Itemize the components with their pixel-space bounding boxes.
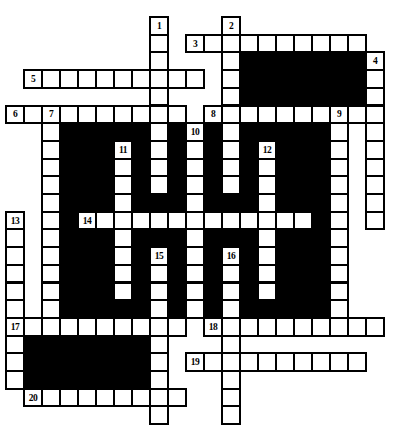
letter-cell[interactable] bbox=[311, 34, 331, 54]
numbered-cell-15[interactable]: 15 bbox=[149, 246, 169, 266]
letter-cell[interactable] bbox=[95, 317, 115, 337]
letter-cell[interactable] bbox=[257, 317, 277, 337]
letter-cell[interactable] bbox=[257, 34, 277, 54]
numbered-cell-16[interactable]: 16 bbox=[221, 246, 241, 266]
numbered-cell-12[interactable]: 12 bbox=[257, 140, 277, 160]
clue-number: 11 bbox=[119, 145, 127, 155]
numbered-cell-9[interactable]: 9 bbox=[329, 105, 349, 125]
numbered-cell-13[interactable]: 13 bbox=[5, 211, 25, 231]
letter-cell[interactable] bbox=[113, 388, 133, 408]
letter-cell[interactable] bbox=[185, 69, 205, 89]
numbered-cell-18[interactable]: 18 bbox=[203, 317, 223, 337]
letter-cell[interactable] bbox=[221, 175, 241, 195]
numbered-cell-2[interactable]: 2 bbox=[221, 16, 241, 36]
numbered-cell-7[interactable]: 7 bbox=[41, 105, 61, 125]
letter-cell[interactable] bbox=[257, 282, 277, 302]
letter-cell[interactable] bbox=[59, 388, 79, 408]
letter-cell[interactable] bbox=[23, 317, 43, 337]
letter-cell[interactable] bbox=[113, 105, 133, 125]
clue-number: 9 bbox=[337, 109, 341, 119]
letter-cell[interactable] bbox=[347, 34, 367, 54]
letter-cell[interactable] bbox=[185, 299, 205, 319]
clue-number: 4 bbox=[373, 56, 377, 66]
letter-cell[interactable] bbox=[329, 34, 349, 54]
letter-cell[interactable] bbox=[167, 317, 187, 337]
letter-cell[interactable] bbox=[311, 317, 331, 337]
letter-cell[interactable] bbox=[77, 388, 97, 408]
clue-number: 1 bbox=[157, 21, 161, 31]
letter-cell[interactable] bbox=[293, 211, 313, 231]
letter-cell[interactable] bbox=[239, 105, 259, 125]
crossword-puzzle: 1234567891011121314151617181920 bbox=[0, 0, 400, 439]
letter-cell[interactable] bbox=[95, 69, 115, 89]
letter-cell[interactable] bbox=[293, 317, 313, 337]
letter-cell[interactable] bbox=[329, 352, 349, 372]
letter-cell[interactable] bbox=[95, 105, 115, 125]
letter-cell[interactable] bbox=[95, 388, 115, 408]
numbered-cell-4[interactable]: 4 bbox=[365, 51, 385, 71]
numbered-cell-14[interactable]: 14 bbox=[77, 211, 97, 231]
letter-cell[interactable] bbox=[167, 105, 187, 125]
numbered-cell-5[interactable]: 5 bbox=[23, 69, 43, 89]
numbered-cell-19[interactable]: 19 bbox=[185, 352, 205, 372]
letter-cell[interactable] bbox=[41, 388, 61, 408]
letter-cell[interactable] bbox=[275, 105, 295, 125]
clue-number: 2 bbox=[229, 21, 233, 31]
letter-cell[interactable] bbox=[77, 105, 97, 125]
letter-cell[interactable] bbox=[59, 69, 79, 89]
letter-cell[interactable] bbox=[149, 211, 169, 231]
clue-number: 8 bbox=[211, 109, 215, 119]
letter-cell[interactable] bbox=[203, 34, 223, 54]
letter-cell[interactable] bbox=[131, 388, 151, 408]
letter-cell[interactable] bbox=[113, 69, 133, 89]
numbered-cell-11[interactable]: 11 bbox=[113, 140, 133, 160]
letter-cell[interactable] bbox=[275, 211, 295, 231]
letter-cell[interactable] bbox=[77, 317, 97, 337]
letter-cell[interactable] bbox=[59, 317, 79, 337]
letter-cell[interactable] bbox=[41, 317, 61, 337]
letter-cell[interactable] bbox=[23, 105, 43, 125]
letter-cell[interactable] bbox=[257, 105, 277, 125]
clue-number: 16 bbox=[227, 251, 236, 261]
numbered-cell-1[interactable]: 1 bbox=[149, 16, 169, 36]
numbered-cell-17[interactable]: 17 bbox=[5, 317, 25, 337]
letter-cell[interactable] bbox=[239, 34, 259, 54]
letter-cell[interactable] bbox=[293, 352, 313, 372]
clue-number: 12 bbox=[263, 145, 272, 155]
clue-number: 3 bbox=[193, 39, 197, 49]
letter-cell[interactable] bbox=[347, 105, 367, 125]
numbered-cell-8[interactable]: 8 bbox=[203, 105, 223, 125]
clue-number: 13 bbox=[11, 216, 20, 226]
clue-number: 18 bbox=[209, 322, 218, 332]
letter-cell[interactable] bbox=[257, 352, 277, 372]
letter-cell[interactable] bbox=[311, 105, 331, 125]
letter-cell[interactable] bbox=[239, 352, 259, 372]
letter-cell[interactable] bbox=[365, 317, 385, 337]
clue-number: 10 bbox=[191, 127, 200, 137]
letter-cell[interactable] bbox=[347, 352, 367, 372]
letter-cell[interactable] bbox=[347, 317, 367, 337]
letter-cell[interactable] bbox=[95, 211, 115, 231]
letter-cell[interactable] bbox=[113, 317, 133, 337]
letter-cell[interactable] bbox=[293, 34, 313, 54]
letter-cell[interactable] bbox=[239, 317, 259, 337]
crossword-board: 1234567891011121314151617181920 bbox=[0, 0, 400, 439]
letter-cell[interactable] bbox=[239, 211, 259, 231]
letter-cell[interactable] bbox=[131, 211, 151, 231]
letter-cell[interactable] bbox=[167, 69, 187, 89]
letter-cell[interactable] bbox=[131, 69, 151, 89]
letter-cell[interactable] bbox=[5, 370, 25, 390]
letter-cell[interactable] bbox=[113, 282, 133, 302]
letter-cell[interactable] bbox=[131, 105, 151, 125]
letter-cell[interactable] bbox=[275, 34, 295, 54]
letter-cell[interactable] bbox=[203, 352, 223, 372]
clue-number: 14 bbox=[83, 216, 92, 226]
numbered-cell-6[interactable]: 6 bbox=[5, 105, 25, 125]
letter-cell[interactable] bbox=[203, 211, 223, 231]
letter-cell[interactable] bbox=[365, 211, 385, 231]
numbered-cell-20[interactable]: 20 bbox=[23, 388, 43, 408]
clue-number: 15 bbox=[155, 251, 164, 261]
letter-cell[interactable] bbox=[167, 388, 187, 408]
letter-cell[interactable] bbox=[149, 405, 169, 425]
letter-cell[interactable] bbox=[293, 105, 313, 125]
letter-cell[interactable] bbox=[275, 317, 295, 337]
letter-cell[interactable] bbox=[221, 211, 241, 231]
clue-number: 6 bbox=[13, 109, 17, 119]
clue-number: 7 bbox=[49, 109, 53, 119]
letter-cell[interactable] bbox=[275, 352, 295, 372]
clue-number: 17 bbox=[11, 322, 20, 332]
letter-cell[interactable] bbox=[59, 105, 79, 125]
letter-cell[interactable] bbox=[329, 317, 349, 337]
clue-number: 20 bbox=[29, 393, 38, 403]
letter-cell[interactable] bbox=[131, 317, 151, 337]
letter-cell[interactable] bbox=[41, 69, 61, 89]
letter-cell[interactable] bbox=[221, 405, 241, 425]
letter-cell[interactable] bbox=[149, 175, 169, 195]
clue-number: 19 bbox=[191, 357, 200, 367]
letter-cell[interactable] bbox=[167, 211, 187, 231]
letter-cell[interactable] bbox=[311, 352, 331, 372]
numbered-cell-10[interactable]: 10 bbox=[185, 122, 205, 142]
letter-cell[interactable] bbox=[77, 69, 97, 89]
clue-number: 5 bbox=[31, 74, 35, 84]
numbered-cell-3[interactable]: 3 bbox=[185, 34, 205, 54]
